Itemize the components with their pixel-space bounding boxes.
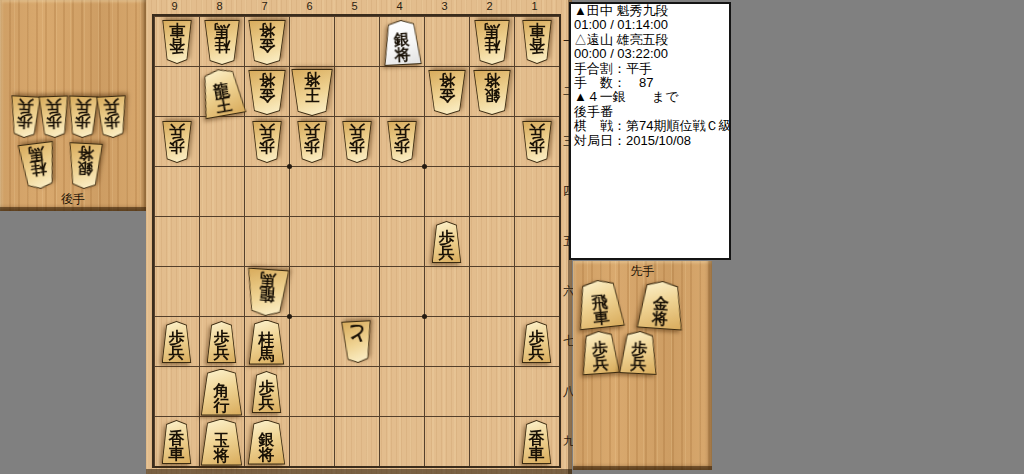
board-piece[interactable]: 王将 (291, 69, 333, 116)
piece-kanji: 歩 (16, 114, 33, 130)
piece-kanji: 金 (439, 88, 455, 103)
board-piece[interactable]: 桂馬 (249, 320, 285, 365)
shogi-app: { "game": "shogi", "position": { "sfen":… (0, 0, 1024, 474)
piece-kanji: 車 (529, 23, 545, 38)
board-piece[interactable]: 銀将 (248, 420, 286, 465)
board-cell[interactable] (424, 366, 469, 416)
piece-kanji: 車 (169, 446, 185, 461)
file-label: 2 (467, 0, 512, 13)
piece-kanji: 兵 (592, 355, 609, 371)
piece-kanji: 玉 (214, 433, 230, 448)
board-cell[interactable] (334, 266, 379, 316)
piece-kanji: 香 (529, 38, 545, 53)
piece-kanji: 歩 (304, 139, 320, 154)
board-piece[interactable]: 龍王 (197, 65, 247, 119)
board-piece[interactable]: 歩兵 (522, 321, 552, 363)
board-cell[interactable] (334, 16, 379, 66)
piece-kanji: 香 (529, 431, 545, 446)
info-line: 00:00 / 03:22:00 (571, 47, 729, 61)
board-cell[interactable] (424, 166, 469, 216)
board-piece[interactable]: 龍馬 (244, 267, 289, 317)
piece-kanji: 将 (394, 46, 411, 62)
piece-kanji: 歩 (169, 330, 185, 345)
board-piece[interactable]: 金将 (248, 70, 286, 115)
board-cell[interactable] (424, 266, 469, 316)
board-piece[interactable]: 桂馬 (204, 20, 240, 65)
board-cell[interactable] (469, 216, 514, 266)
board-piece[interactable]: 歩兵 (387, 121, 417, 163)
piece-kanji: 歩 (104, 114, 121, 130)
piece-kanji: 歩 (529, 330, 545, 345)
board-cell[interactable] (514, 66, 559, 116)
board-piece[interactable]: 桂馬 (474, 20, 510, 65)
piece-kanji: 馬 (259, 347, 275, 362)
file-label: 3 (422, 0, 467, 13)
piece-kanji: 王 (304, 87, 320, 102)
board-cell[interactable] (289, 216, 334, 266)
board-piece[interactable]: 歩兵 (342, 121, 372, 163)
board-cell[interactable] (334, 366, 379, 416)
piece-kanji: 兵 (259, 124, 275, 139)
piece-kanji: 将 (652, 310, 669, 326)
board-cell[interactable] (424, 316, 469, 366)
board-piece[interactable]: 金将 (428, 70, 466, 115)
hand-piece[interactable]: 歩兵 (619, 330, 659, 375)
board-cell[interactable] (244, 166, 289, 216)
board-cell[interactable] (514, 216, 559, 266)
board-cell[interactable] (379, 316, 424, 366)
hand-piece[interactable]: 桂馬 (17, 141, 58, 191)
board-piece[interactable]: 香車 (522, 420, 552, 464)
board-cell[interactable] (379, 416, 424, 466)
board-piece[interactable]: 金将 (248, 20, 286, 65)
board-cell[interactable] (154, 66, 199, 116)
board-cell[interactable] (469, 166, 514, 216)
board-cell[interactable] (154, 366, 199, 416)
piece-kanji: 馬 (214, 23, 230, 38)
board-cell[interactable] (379, 266, 424, 316)
piece-kanji: 兵 (75, 99, 92, 115)
piece-kanji: 歩 (169, 139, 185, 154)
board-cell[interactable] (469, 366, 514, 416)
board-piece[interactable]: 角行 (201, 369, 243, 416)
file-label: 5 (332, 0, 377, 13)
board-cell[interactable] (289, 366, 334, 416)
hand-piece[interactable]: 金将 (636, 279, 685, 330)
board-piece[interactable]: 銀将 (473, 70, 511, 115)
board-cell[interactable] (244, 216, 289, 266)
board-cell[interactable] (154, 166, 199, 216)
piece-kanji: 兵 (17, 99, 34, 115)
board-cell[interactable] (199, 166, 244, 216)
info-line: 後手番 (571, 105, 729, 119)
piece-kanji: 兵 (45, 99, 62, 115)
file-label: 8 (197, 0, 242, 13)
board-cell[interactable] (334, 216, 379, 266)
board-cell[interactable] (379, 66, 424, 116)
info-line: ▲４一銀 まで (571, 90, 729, 104)
piece-kanji: 香 (169, 38, 185, 53)
piece-kanji: 兵 (439, 245, 455, 260)
piece-kanji: 桂 (259, 332, 275, 347)
hand-piece[interactable]: 歩兵 (96, 95, 128, 139)
board-cell[interactable] (424, 16, 469, 66)
piece-kanji: 歩 (529, 139, 545, 154)
hand-piece[interactable]: 歩兵 (9, 95, 41, 139)
board-cell[interactable] (154, 266, 199, 316)
file-label: 1 (512, 0, 557, 13)
piece-kanji: 馬 (259, 271, 276, 287)
star-point (422, 164, 427, 169)
info-line: 01:00 / 01:14:00 (571, 18, 729, 32)
piece-kanji: 銀 (259, 432, 275, 447)
piece-kanji: 兵 (529, 124, 545, 139)
star-point (422, 314, 427, 319)
board-piece[interactable]: 歩兵 (207, 321, 237, 363)
info-line: 手合割：平手 (571, 62, 729, 76)
piece-kanji: 兵 (169, 124, 185, 139)
hand-piece[interactable]: 歩兵 (580, 330, 621, 376)
board-cell[interactable] (199, 116, 244, 166)
piece-kanji: 馬 (28, 145, 46, 162)
file-label: 9 (152, 0, 197, 13)
board-cell[interactable] (199, 266, 244, 316)
board-cell[interactable] (334, 166, 379, 216)
board-cell[interactable] (514, 266, 559, 316)
file-label: 6 (287, 0, 332, 13)
piece-kanji: 桂 (214, 38, 230, 53)
piece-kanji: 銀 (76, 161, 93, 177)
piece-kanji: 歩 (259, 139, 275, 154)
board-piece[interactable]: 歩兵 (252, 121, 282, 163)
board-cell[interactable] (289, 266, 334, 316)
board-cell[interactable] (289, 16, 334, 66)
piece-kanji: 兵 (214, 345, 230, 360)
board-piece[interactable]: 歩兵 (432, 221, 462, 263)
piece-kanji: 兵 (630, 356, 647, 372)
info-line: △遠山 雄亮五段 (571, 33, 729, 47)
file-label: 4 (377, 0, 422, 13)
info-line: ▲田中 魁秀九段 (571, 4, 729, 18)
piece-kanji: 馬 (484, 23, 500, 38)
board-cell[interactable] (154, 216, 199, 266)
board-cell[interactable] (289, 166, 334, 216)
shogi-board: 987654321 一二三四五六七八九 香車桂馬金将銀将桂馬香車龍王金将王将金将… (146, 0, 572, 474)
game-info-panel: ▲田中 魁秀九段01:00 / 01:14:00△遠山 雄亮五段00:00 / … (569, 2, 731, 260)
piece-kanji: 将 (259, 23, 275, 38)
board-cell[interactable] (469, 416, 514, 466)
gote-hand-label: 後手 (0, 191, 146, 208)
board-cell[interactable] (514, 366, 559, 416)
piece-kanji: 将 (304, 72, 320, 87)
piece-kanji: 行 (214, 398, 230, 413)
info-line: 対局日：2015/10/08 (571, 134, 729, 148)
piece-kanji: 歩 (349, 139, 365, 154)
piece-kanji: 銀 (484, 88, 500, 103)
piece-kanji: 歩 (214, 330, 230, 345)
piece-kanji: 銀 (393, 31, 410, 47)
piece-kanji: 将 (214, 448, 230, 463)
board-piece[interactable]: 歩兵 (297, 121, 327, 163)
piece-kanji: 兵 (103, 99, 120, 115)
info-line: 手 数： 87 (571, 76, 729, 90)
piece-kanji: 兵 (169, 345, 185, 360)
board-cell[interactable] (514, 166, 559, 216)
board-piece[interactable]: 歩兵 (252, 371, 282, 413)
piece-kanji: 歩 (259, 380, 275, 395)
piece-kanji: 将 (259, 73, 275, 88)
piece-kanji: 角 (214, 383, 230, 398)
piece-kanji: 歩 (394, 139, 410, 154)
piece-kanji: 車 (169, 23, 185, 38)
board-piece[interactable]: 香車 (522, 20, 552, 64)
board-piece[interactable]: 香車 (162, 420, 192, 464)
board-cell[interactable] (379, 366, 424, 416)
star-point (287, 164, 292, 169)
board-piece[interactable]: 玉将 (201, 419, 243, 466)
board-piece[interactable]: 銀将 (381, 19, 421, 66)
board-cell[interactable] (334, 416, 379, 466)
piece-kanji: 将 (77, 146, 94, 162)
piece-kanji: 金 (259, 38, 275, 53)
board-cell[interactable] (424, 416, 469, 466)
hand-piece[interactable]: 歩兵 (38, 95, 69, 138)
board-piece[interactable]: と (340, 320, 372, 364)
sente-hand-label: 先手 (573, 263, 712, 280)
piece-kanji: 兵 (529, 345, 545, 360)
board-cell[interactable] (469, 116, 514, 166)
board-piece[interactable]: 歩兵 (162, 121, 192, 163)
piece-kanji: 将 (259, 447, 275, 462)
board-cell[interactable] (424, 116, 469, 166)
gote-hand-tray: 後手 歩兵歩兵歩兵歩兵桂馬銀将 (0, 0, 146, 211)
piece-kanji: 金 (259, 88, 275, 103)
board-piece[interactable]: 香車 (162, 20, 192, 64)
piece-kanji: 桂 (484, 38, 500, 53)
piece-kanji: 車 (529, 446, 545, 461)
board-cell[interactable] (469, 316, 514, 366)
sente-hand-tray: 先手 飛車金将歩兵歩兵 (573, 261, 712, 470)
board-cell[interactable] (469, 266, 514, 316)
piece-kanji: 兵 (259, 395, 275, 410)
board-cell[interactable] (289, 316, 334, 366)
board-cell[interactable] (199, 216, 244, 266)
board-piece[interactable]: 歩兵 (522, 121, 552, 163)
piece-kanji: 歩 (46, 114, 63, 130)
star-point (287, 314, 292, 319)
hand-piece[interactable]: 歩兵 (67, 95, 98, 138)
board-cell[interactable] (289, 416, 334, 466)
board-cell[interactable] (334, 66, 379, 116)
piece-kanji: 将 (484, 73, 500, 88)
board-cell[interactable] (379, 216, 424, 266)
piece-kanji: 兵 (349, 124, 365, 139)
piece-kanji: 車 (593, 309, 610, 326)
piece-kanji: 王 (215, 96, 233, 114)
piece-kanji: 歩 (75, 114, 92, 130)
hand-piece[interactable]: 銀将 (67, 142, 103, 190)
file-labels: 987654321 (152, 0, 561, 13)
board-piece[interactable]: 歩兵 (162, 321, 192, 363)
hand-piece[interactable]: 飛車 (575, 278, 626, 331)
piece-kanji: 歩 (439, 230, 455, 245)
piece-kanji: 香 (169, 431, 185, 446)
piece-kanji: 兵 (394, 124, 410, 139)
info-line: 棋 戦：第74期順位戦Ｃ級 (571, 119, 729, 133)
piece-kanji: 将 (439, 73, 455, 88)
board-cell[interactable] (379, 166, 424, 216)
piece-kanji: と (345, 323, 367, 346)
piece-kanji: 兵 (304, 124, 320, 139)
file-label: 7 (242, 0, 287, 13)
